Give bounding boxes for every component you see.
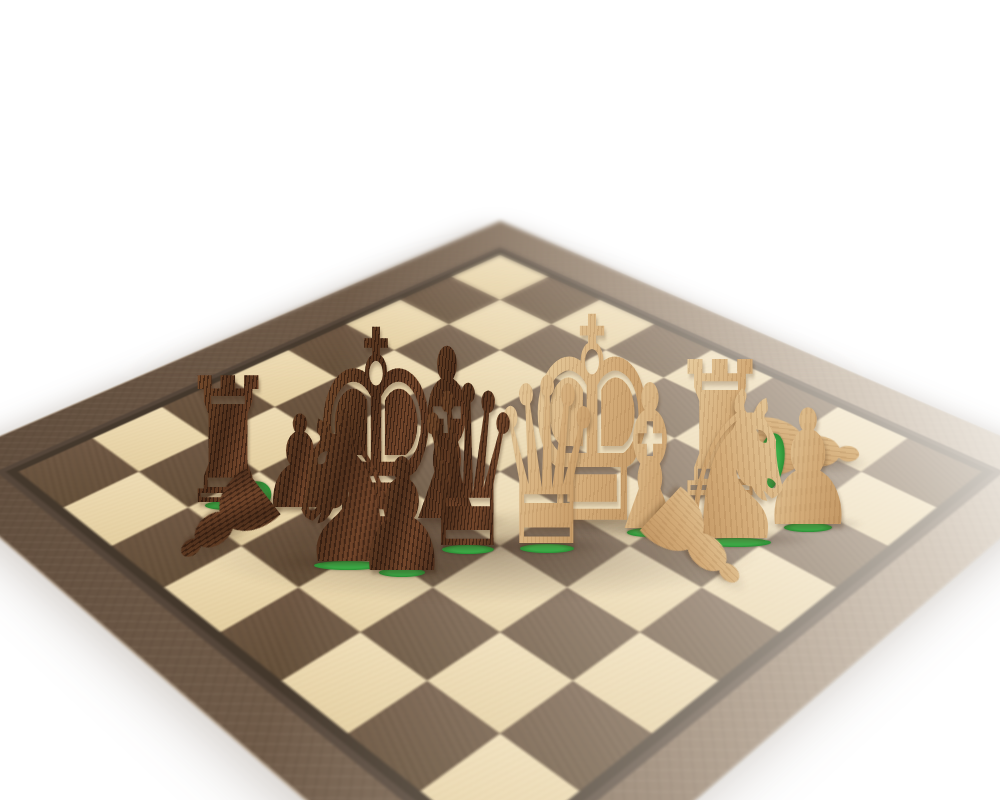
product-photo-scene: ♜♟♟♞♚♝♛♟♛♚♝♜♞♟♟♟ (0, 0, 1000, 800)
pieces-layer: ♜♟♟♞♚♝♛♟♛♚♝♜♞♟♟♟ (0, 0, 1000, 800)
black-pawn-front-piece[interactable]: ♟ (353, 438, 451, 594)
